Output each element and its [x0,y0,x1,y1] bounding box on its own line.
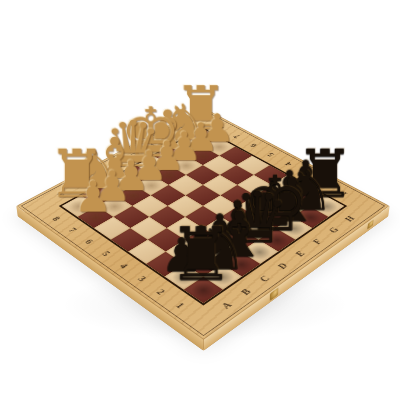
white-pawn-a7[interactable]: ♟ [78,206,114,228]
black-rook-glyph: ♜ [156,218,245,291]
product-photo: ♜♞♟♝♟♚♟♛♟♝♟♞♟♟♜♟♟♜♟♟♞♟♝♟♚♟♛♟♝♟♞♜ 8877665… [0,0,400,400]
scene: ♜♞♟♝♟♚♟♛♟♝♟♞♟♟♜♟♟♜♟♟♞♟♝♟♚♟♛♟♝♟♞♜ 8877665… [0,0,400,400]
brass-hinge [367,220,373,230]
board-tilt: ♜♞♟♝♟♚♟♛♟♝♟♞♟♟♜♟♟♜♟♟♞♟♝♟♚♟♛♟♝♟♞♜ 8877665… [16,107,389,340]
brass-clasp [270,288,279,301]
black-rook-a1[interactable]: ♜ [184,277,223,304]
white-pawn-glyph: ♟ [52,176,133,219]
chess-board: ♜♞♟♝♟♚♟♛♟♝♟♞♟♟♜♟♟♜♟♟♞♟♝♟♚♟♛♟♝♟♞♜ 8877665… [16,107,389,340]
